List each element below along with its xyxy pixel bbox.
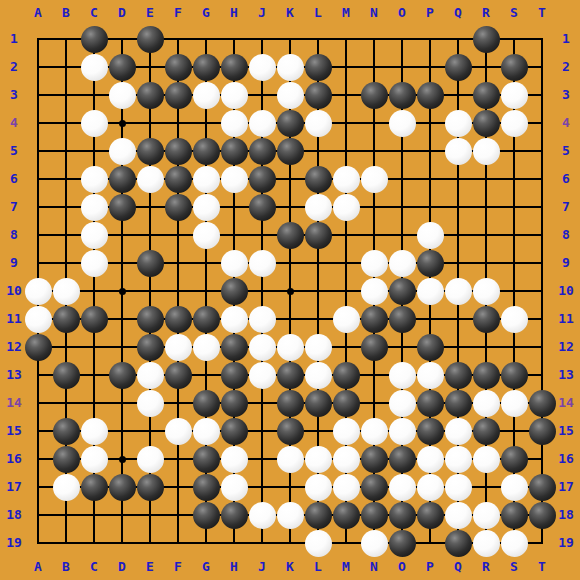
stone-black-S18[interactable]: [501, 502, 528, 529]
stone-black-R1[interactable]: [473, 26, 500, 53]
stone-black-F6[interactable]: [165, 166, 192, 193]
col-label-top-H: H: [223, 5, 245, 21]
stone-white-O14[interactable]: [389, 390, 416, 417]
stone-white-O15[interactable]: [389, 418, 416, 445]
stone-black-P14[interactable]: [417, 390, 444, 417]
stone-white-D3[interactable]: [109, 82, 136, 109]
stone-black-A12[interactable]: [25, 334, 52, 361]
row-label-left-7: 7: [3, 199, 25, 215]
stone-black-D13[interactable]: [109, 362, 136, 389]
stone-white-R5[interactable]: [473, 138, 500, 165]
row-label-right-1: 1: [555, 31, 577, 47]
stone-black-K13[interactable]: [277, 362, 304, 389]
stone-white-B17[interactable]: [53, 474, 80, 501]
stone-white-C6[interactable]: [81, 166, 108, 193]
col-label-bottom-B: B: [55, 559, 77, 575]
stone-white-H16[interactable]: [221, 446, 248, 473]
stone-black-J7[interactable]: [249, 194, 276, 221]
stone-black-O16[interactable]: [389, 446, 416, 473]
stone-black-O18[interactable]: [389, 502, 416, 529]
col-label-top-K: K: [279, 5, 301, 21]
col-label-top-G: G: [195, 5, 217, 21]
col-label-top-F: F: [167, 5, 189, 21]
stone-white-L19[interactable]: [305, 530, 332, 557]
stone-black-H5[interactable]: [221, 138, 248, 165]
stone-black-F11[interactable]: [165, 306, 192, 333]
stone-white-B10[interactable]: [53, 278, 80, 305]
star-point: [287, 288, 294, 295]
row-label-left-3: 3: [3, 87, 25, 103]
row-label-left-15: 15: [3, 423, 25, 439]
grid-line-horizontal: [37, 318, 543, 320]
stone-black-D6[interactable]: [109, 166, 136, 193]
row-label-right-7: 7: [555, 199, 577, 215]
stone-black-T15[interactable]: [529, 418, 556, 445]
stone-white-M11[interactable]: [333, 306, 360, 333]
stone-black-J5[interactable]: [249, 138, 276, 165]
stone-white-C8[interactable]: [81, 222, 108, 249]
stone-white-Q5[interactable]: [445, 138, 472, 165]
stone-black-B11[interactable]: [53, 306, 80, 333]
col-label-bottom-F: F: [167, 559, 189, 575]
stone-black-D7[interactable]: [109, 194, 136, 221]
col-label-bottom-G: G: [195, 559, 217, 575]
stone-black-N16[interactable]: [361, 446, 388, 473]
stone-black-P3[interactable]: [417, 82, 444, 109]
col-label-top-A: A: [27, 5, 49, 21]
stone-white-L13[interactable]: [305, 362, 332, 389]
row-label-left-11: 11: [3, 311, 25, 327]
row-label-right-3: 3: [555, 87, 577, 103]
stone-white-Q15[interactable]: [445, 418, 472, 445]
stone-black-M14[interactable]: [333, 390, 360, 417]
col-label-top-Q: Q: [447, 5, 469, 21]
stone-white-H9[interactable]: [221, 250, 248, 277]
col-label-bottom-N: N: [363, 559, 385, 575]
stone-black-O11[interactable]: [389, 306, 416, 333]
stone-white-F12[interactable]: [165, 334, 192, 361]
col-label-bottom-L: L: [307, 559, 329, 575]
row-label-right-6: 6: [555, 171, 577, 187]
stone-black-E11[interactable]: [137, 306, 164, 333]
stone-white-L4[interactable]: [305, 110, 332, 137]
stone-white-P8[interactable]: [417, 222, 444, 249]
row-label-left-6: 6: [3, 171, 25, 187]
stone-black-H13[interactable]: [221, 362, 248, 389]
stone-white-K16[interactable]: [277, 446, 304, 473]
stone-black-G14[interactable]: [193, 390, 220, 417]
stone-black-N17[interactable]: [361, 474, 388, 501]
stone-black-D2[interactable]: [109, 54, 136, 81]
stone-black-F5[interactable]: [165, 138, 192, 165]
row-label-right-11: 11: [555, 311, 577, 327]
stone-black-E3[interactable]: [137, 82, 164, 109]
stone-black-L2[interactable]: [305, 54, 332, 81]
stone-black-R15[interactable]: [473, 418, 500, 445]
stone-black-C1[interactable]: [81, 26, 108, 53]
col-label-top-B: B: [55, 5, 77, 21]
stone-white-S17[interactable]: [501, 474, 528, 501]
stone-black-B13[interactable]: [53, 362, 80, 389]
stone-black-F2[interactable]: [165, 54, 192, 81]
stone-black-E9[interactable]: [137, 250, 164, 277]
row-label-right-18: 18: [555, 507, 577, 523]
stone-black-J6[interactable]: [249, 166, 276, 193]
col-label-bottom-J: J: [251, 559, 273, 575]
stone-white-G15[interactable]: [193, 418, 220, 445]
stone-black-D17[interactable]: [109, 474, 136, 501]
stone-black-F13[interactable]: [165, 362, 192, 389]
stone-black-B15[interactable]: [53, 418, 80, 445]
stone-white-H6[interactable]: [221, 166, 248, 193]
stone-white-S4[interactable]: [501, 110, 528, 137]
stone-black-N3[interactable]: [361, 82, 388, 109]
stone-white-G3[interactable]: [193, 82, 220, 109]
stone-white-N10[interactable]: [361, 278, 388, 305]
stone-white-H11[interactable]: [221, 306, 248, 333]
stone-white-Q10[interactable]: [445, 278, 472, 305]
row-label-left-1: 1: [3, 31, 25, 47]
stone-black-P18[interactable]: [417, 502, 444, 529]
stone-white-R10[interactable]: [473, 278, 500, 305]
stone-black-G17[interactable]: [193, 474, 220, 501]
stone-black-G11[interactable]: [193, 306, 220, 333]
stone-black-Q19[interactable]: [445, 530, 472, 557]
stone-white-L17[interactable]: [305, 474, 332, 501]
stone-white-M15[interactable]: [333, 418, 360, 445]
stone-black-Q13[interactable]: [445, 362, 472, 389]
col-label-top-L: L: [307, 5, 329, 21]
stone-black-L3[interactable]: [305, 82, 332, 109]
stone-black-T17[interactable]: [529, 474, 556, 501]
grid-line-vertical: [541, 38, 543, 544]
stone-white-K2[interactable]: [277, 54, 304, 81]
stone-white-R18[interactable]: [473, 502, 500, 529]
stone-black-L6[interactable]: [305, 166, 332, 193]
stone-black-R3[interactable]: [473, 82, 500, 109]
stone-white-S14[interactable]: [501, 390, 528, 417]
stone-white-J12[interactable]: [249, 334, 276, 361]
col-label-top-T: T: [531, 5, 553, 21]
row-label-left-16: 16: [3, 451, 25, 467]
stone-white-A10[interactable]: [25, 278, 52, 305]
stone-white-P17[interactable]: [417, 474, 444, 501]
stone-black-P12[interactable]: [417, 334, 444, 361]
col-label-top-N: N: [363, 5, 385, 21]
stone-black-R4[interactable]: [473, 110, 500, 137]
stone-white-N9[interactable]: [361, 250, 388, 277]
stone-white-O17[interactable]: [389, 474, 416, 501]
stone-white-G6[interactable]: [193, 166, 220, 193]
col-label-bottom-Q: Q: [447, 559, 469, 575]
stone-black-B16[interactable]: [53, 446, 80, 473]
stone-white-N19[interactable]: [361, 530, 388, 557]
stone-white-M16[interactable]: [333, 446, 360, 473]
stone-black-G2[interactable]: [193, 54, 220, 81]
col-label-bottom-M: M: [335, 559, 357, 575]
stone-white-S3[interactable]: [501, 82, 528, 109]
stone-black-E12[interactable]: [137, 334, 164, 361]
stone-black-K5[interactable]: [277, 138, 304, 165]
stone-black-P9[interactable]: [417, 250, 444, 277]
stone-white-M17[interactable]: [333, 474, 360, 501]
col-label-top-E: E: [139, 5, 161, 21]
stone-black-L18[interactable]: [305, 502, 332, 529]
stone-white-C15[interactable]: [81, 418, 108, 445]
stone-black-H15[interactable]: [221, 418, 248, 445]
stone-white-C2[interactable]: [81, 54, 108, 81]
row-label-right-4: 4: [555, 115, 577, 131]
stone-black-H18[interactable]: [221, 502, 248, 529]
stone-black-O19[interactable]: [389, 530, 416, 557]
row-label-right-16: 16: [555, 451, 577, 467]
stone-black-N11[interactable]: [361, 306, 388, 333]
stone-white-M6[interactable]: [333, 166, 360, 193]
stone-white-Q4[interactable]: [445, 110, 472, 137]
col-label-bottom-H: H: [223, 559, 245, 575]
stone-white-A11[interactable]: [25, 306, 52, 333]
row-label-left-5: 5: [3, 143, 25, 159]
stone-black-G5[interactable]: [193, 138, 220, 165]
row-label-left-14: 14: [3, 395, 25, 411]
row-label-left-8: 8: [3, 227, 25, 243]
col-label-bottom-S: S: [503, 559, 525, 575]
stone-black-S13[interactable]: [501, 362, 528, 389]
stone-white-P10[interactable]: [417, 278, 444, 305]
stone-white-S11[interactable]: [501, 306, 528, 333]
col-label-bottom-R: R: [475, 559, 497, 575]
row-label-left-10: 10: [3, 283, 25, 299]
stone-white-D5[interactable]: [109, 138, 136, 165]
stone-white-E6[interactable]: [137, 166, 164, 193]
stone-black-M18[interactable]: [333, 502, 360, 529]
col-label-bottom-A: A: [27, 559, 49, 575]
stone-black-H12[interactable]: [221, 334, 248, 361]
stone-white-N6[interactable]: [361, 166, 388, 193]
stone-white-N15[interactable]: [361, 418, 388, 445]
stone-black-E17[interactable]: [137, 474, 164, 501]
row-label-right-5: 5: [555, 143, 577, 159]
stone-black-K14[interactable]: [277, 390, 304, 417]
stone-white-K3[interactable]: [277, 82, 304, 109]
stone-white-E14[interactable]: [137, 390, 164, 417]
stone-white-K18[interactable]: [277, 502, 304, 529]
col-label-top-M: M: [335, 5, 357, 21]
stone-black-Q2[interactable]: [445, 54, 472, 81]
stone-black-S2[interactable]: [501, 54, 528, 81]
col-label-top-R: R: [475, 5, 497, 21]
stone-white-G8[interactable]: [193, 222, 220, 249]
row-label-left-12: 12: [3, 339, 25, 355]
col-label-top-O: O: [391, 5, 413, 21]
stone-black-G16[interactable]: [193, 446, 220, 473]
col-label-bottom-K: K: [279, 559, 301, 575]
stone-black-N18[interactable]: [361, 502, 388, 529]
stone-white-R19[interactable]: [473, 530, 500, 557]
stone-black-O10[interactable]: [389, 278, 416, 305]
stone-white-C7[interactable]: [81, 194, 108, 221]
stone-white-K12[interactable]: [277, 334, 304, 361]
stone-white-C16[interactable]: [81, 446, 108, 473]
stone-white-E16[interactable]: [137, 446, 164, 473]
stone-white-R16[interactable]: [473, 446, 500, 473]
row-label-right-19: 19: [555, 535, 577, 551]
stone-white-H4[interactable]: [221, 110, 248, 137]
col-label-top-D: D: [111, 5, 133, 21]
stone-black-G18[interactable]: [193, 502, 220, 529]
stone-black-Q14[interactable]: [445, 390, 472, 417]
col-label-bottom-O: O: [391, 559, 413, 575]
stone-white-M7[interactable]: [333, 194, 360, 221]
row-label-right-9: 9: [555, 255, 577, 271]
stone-black-K4[interactable]: [277, 110, 304, 137]
stone-white-L7[interactable]: [305, 194, 332, 221]
stone-black-L14[interactable]: [305, 390, 332, 417]
stone-white-E13[interactable]: [137, 362, 164, 389]
stone-black-F7[interactable]: [165, 194, 192, 221]
stone-white-O13[interactable]: [389, 362, 416, 389]
row-label-right-17: 17: [555, 479, 577, 495]
stone-black-M13[interactable]: [333, 362, 360, 389]
star-point: [119, 288, 126, 295]
stone-white-Q18[interactable]: [445, 502, 472, 529]
stone-white-P16[interactable]: [417, 446, 444, 473]
stone-black-O3[interactable]: [389, 82, 416, 109]
stone-white-R14[interactable]: [473, 390, 500, 417]
row-label-left-13: 13: [3, 367, 25, 383]
stone-black-C17[interactable]: [81, 474, 108, 501]
stone-white-P13[interactable]: [417, 362, 444, 389]
stone-white-Q16[interactable]: [445, 446, 472, 473]
row-label-left-4: 4: [3, 115, 25, 131]
stone-black-T14[interactable]: [529, 390, 556, 417]
stone-white-L16[interactable]: [305, 446, 332, 473]
stone-white-L12[interactable]: [305, 334, 332, 361]
col-label-top-J: J: [251, 5, 273, 21]
row-label-right-12: 12: [555, 339, 577, 355]
stone-black-L8[interactable]: [305, 222, 332, 249]
stone-black-H10[interactable]: [221, 278, 248, 305]
row-label-right-10: 10: [555, 283, 577, 299]
stone-black-R13[interactable]: [473, 362, 500, 389]
stone-white-J11[interactable]: [249, 306, 276, 333]
stone-white-J13[interactable]: [249, 362, 276, 389]
col-label-bottom-D: D: [111, 559, 133, 575]
row-label-left-18: 18: [3, 507, 25, 523]
row-label-right-15: 15: [555, 423, 577, 439]
stone-black-K8[interactable]: [277, 222, 304, 249]
stone-white-H3[interactable]: [221, 82, 248, 109]
row-label-right-8: 8: [555, 227, 577, 243]
stone-black-K15[interactable]: [277, 418, 304, 445]
stone-white-O9[interactable]: [389, 250, 416, 277]
stone-black-H14[interactable]: [221, 390, 248, 417]
stone-black-E1[interactable]: [137, 26, 164, 53]
stone-white-H17[interactable]: [221, 474, 248, 501]
col-label-bottom-C: C: [83, 559, 105, 575]
go-board-screenshot: AABBCCDDEEFFGGHHJJKKLLMMNNOOPPQQRRSSTT11…: [0, 0, 580, 580]
star-point: [119, 120, 126, 127]
stone-black-N12[interactable]: [361, 334, 388, 361]
stone-black-S16[interactable]: [501, 446, 528, 473]
stone-white-Q17[interactable]: [445, 474, 472, 501]
col-label-bottom-P: P: [419, 559, 441, 575]
col-label-top-S: S: [503, 5, 525, 21]
stone-white-G12[interactable]: [193, 334, 220, 361]
col-label-top-C: C: [83, 5, 105, 21]
stone-white-C4[interactable]: [81, 110, 108, 137]
row-label-left-9: 9: [3, 255, 25, 271]
col-label-bottom-E: E: [139, 559, 161, 575]
stone-black-C11[interactable]: [81, 306, 108, 333]
stone-black-R11[interactable]: [473, 306, 500, 333]
row-label-left-19: 19: [3, 535, 25, 551]
stone-white-S19[interactable]: [501, 530, 528, 557]
stone-white-J9[interactable]: [249, 250, 276, 277]
stone-white-F15[interactable]: [165, 418, 192, 445]
stone-white-G7[interactable]: [193, 194, 220, 221]
row-label-left-17: 17: [3, 479, 25, 495]
stone-black-H2[interactable]: [221, 54, 248, 81]
stone-white-O4[interactable]: [389, 110, 416, 137]
col-label-bottom-T: T: [531, 559, 553, 575]
star-point: [119, 456, 126, 463]
stone-black-T18[interactable]: [529, 502, 556, 529]
stone-white-C9[interactable]: [81, 250, 108, 277]
stone-white-J2[interactable]: [249, 54, 276, 81]
row-label-left-2: 2: [3, 59, 25, 75]
stone-black-E5[interactable]: [137, 138, 164, 165]
row-label-right-13: 13: [555, 367, 577, 383]
col-label-top-P: P: [419, 5, 441, 21]
stone-white-J4[interactable]: [249, 110, 276, 137]
stone-white-J18[interactable]: [249, 502, 276, 529]
row-label-right-2: 2: [555, 59, 577, 75]
row-label-right-14: 14: [555, 395, 577, 411]
stone-black-P15[interactable]: [417, 418, 444, 445]
stone-black-F3[interactable]: [165, 82, 192, 109]
